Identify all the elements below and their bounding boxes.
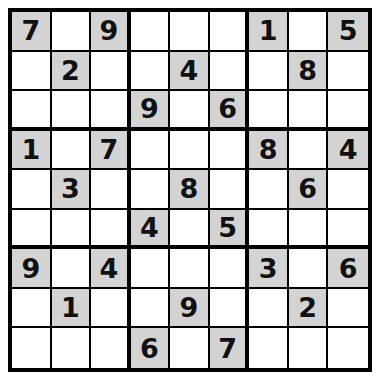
sudoku-page: 791524896178438645943619267 (0, 0, 380, 380)
cell-r1c6-empty[interactable] (210, 12, 250, 52)
cell-r3c5-empty[interactable] (170, 91, 210, 131)
cell-r4c4-empty[interactable] (131, 131, 171, 171)
cell-r6c1-empty[interactable] (12, 210, 52, 250)
cell-r5c6-empty[interactable] (210, 170, 250, 210)
cell-r8c4-empty[interactable] (131, 289, 171, 329)
cell-r3c9-empty[interactable] (328, 91, 368, 131)
cell-r3c7-empty[interactable] (249, 91, 289, 131)
cell-r2c9-empty[interactable] (328, 52, 368, 92)
cell-r7c8-empty[interactable] (289, 249, 329, 289)
cell-r4c1-given-1: 1 (12, 131, 52, 171)
cell-r9c7-empty[interactable] (249, 328, 289, 368)
cell-r7c2-empty[interactable] (52, 249, 92, 289)
cell-r8c9-empty[interactable] (328, 289, 368, 329)
cell-r9c4-given-6: 6 (131, 328, 171, 368)
cell-r3c1-empty[interactable] (12, 91, 52, 131)
cell-r7c3-given-4: 4 (91, 249, 131, 289)
cell-r8c1-empty[interactable] (12, 289, 52, 329)
cell-r2c8-given-8: 8 (289, 52, 329, 92)
cell-r1c4-empty[interactable] (131, 12, 171, 52)
cell-r5c3-empty[interactable] (91, 170, 131, 210)
cell-r8c5-given-9: 9 (170, 289, 210, 329)
cell-r5c5-given-8: 8 (170, 170, 210, 210)
cell-r2c2-given-2: 2 (52, 52, 92, 92)
cell-r3c8-empty[interactable] (289, 91, 329, 131)
cell-r1c7-given-1: 1 (249, 12, 289, 52)
cell-r3c6-given-6: 6 (210, 91, 250, 131)
cell-r7c9-given-6: 6 (328, 249, 368, 289)
cell-r2c3-empty[interactable] (91, 52, 131, 92)
cell-r8c6-empty[interactable] (210, 289, 250, 329)
cell-r9c3-empty[interactable] (91, 328, 131, 368)
cell-r1c9-given-5: 5 (328, 12, 368, 52)
cell-r8c3-empty[interactable] (91, 289, 131, 329)
cell-r6c2-empty[interactable] (52, 210, 92, 250)
cell-r4c2-empty[interactable] (52, 131, 92, 171)
cell-r9c8-empty[interactable] (289, 328, 329, 368)
cell-r6c4-given-4: 4 (131, 210, 171, 250)
cell-r4c6-empty[interactable] (210, 131, 250, 171)
cell-r4c3-given-7: 7 (91, 131, 131, 171)
cell-r7c6-empty[interactable] (210, 249, 250, 289)
cell-r7c7-given-3: 3 (249, 249, 289, 289)
cell-r5c9-empty[interactable] (328, 170, 368, 210)
cell-r2c5-given-4: 4 (170, 52, 210, 92)
cell-r2c7-empty[interactable] (249, 52, 289, 92)
cell-r7c1-given-9: 9 (12, 249, 52, 289)
cell-r3c3-empty[interactable] (91, 91, 131, 131)
cell-r9c9-empty[interactable] (328, 328, 368, 368)
cell-r1c3-given-9: 9 (91, 12, 131, 52)
cell-r2c6-empty[interactable] (210, 52, 250, 92)
cell-r1c2-empty[interactable] (52, 12, 92, 52)
cell-r7c4-empty[interactable] (131, 249, 171, 289)
cell-r5c2-given-3: 3 (52, 170, 92, 210)
cell-r9c6-given-7: 7 (210, 328, 250, 368)
cell-r6c8-empty[interactable] (289, 210, 329, 250)
cell-r5c4-empty[interactable] (131, 170, 171, 210)
cell-r4c5-empty[interactable] (170, 131, 210, 171)
cell-r1c1-given-7: 7 (12, 12, 52, 52)
cell-r1c8-empty[interactable] (289, 12, 329, 52)
cell-r5c1-empty[interactable] (12, 170, 52, 210)
cell-r7c5-empty[interactable] (170, 249, 210, 289)
cell-r4c7-given-8: 8 (249, 131, 289, 171)
cell-r4c8-empty[interactable] (289, 131, 329, 171)
cell-r9c1-empty[interactable] (12, 328, 52, 368)
cell-r3c2-empty[interactable] (52, 91, 92, 131)
cell-r6c3-empty[interactable] (91, 210, 131, 250)
cell-r9c5-empty[interactable] (170, 328, 210, 368)
cell-r8c2-given-1: 1 (52, 289, 92, 329)
cell-r6c6-given-5: 5 (210, 210, 250, 250)
cell-r1c5-empty[interactable] (170, 12, 210, 52)
cell-r2c1-empty[interactable] (12, 52, 52, 92)
cell-r8c8-given-2: 2 (289, 289, 329, 329)
cell-r3c4-given-9: 9 (131, 91, 171, 131)
cell-r5c8-given-6: 6 (289, 170, 329, 210)
cell-r5c7-empty[interactable] (249, 170, 289, 210)
cell-r4c9-given-4: 4 (328, 131, 368, 171)
cell-r6c9-empty[interactable] (328, 210, 368, 250)
cell-r8c7-empty[interactable] (249, 289, 289, 329)
sudoku-board: 791524896178438645943619267 (8, 8, 372, 372)
cell-r6c7-empty[interactable] (249, 210, 289, 250)
cell-r6c5-empty[interactable] (170, 210, 210, 250)
cell-r2c4-empty[interactable] (131, 52, 171, 92)
cell-r9c2-empty[interactable] (52, 328, 92, 368)
